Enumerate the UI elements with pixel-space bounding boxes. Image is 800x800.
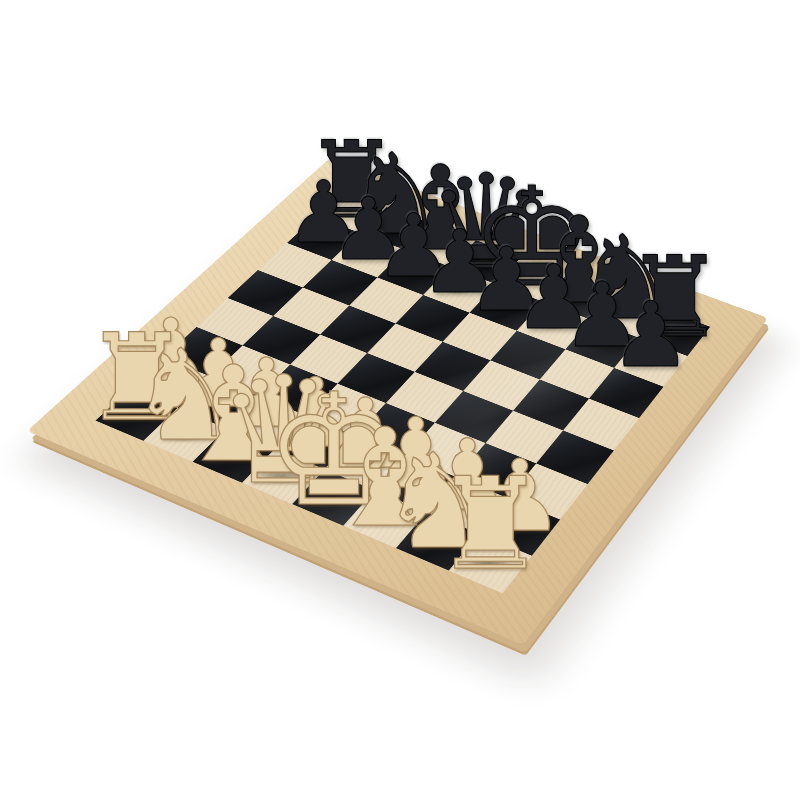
piece-white-rook[interactable]: ♜︎ <box>434 461 548 588</box>
photo-stage: ♜︎♞︎♝︎♛︎♚︎♝︎♞︎♜︎♟︎♟︎♟︎♟︎♟︎♟︎♟︎♟︎♟︎♟︎♟︎♟︎… <box>0 0 800 800</box>
piece-black-pawn[interactable]: ♟︎ <box>610 290 691 380</box>
